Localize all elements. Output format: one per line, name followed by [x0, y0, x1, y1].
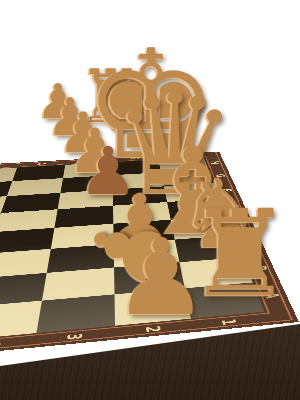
chess-piece-pawn-a2[interactable]: ♟: [108, 225, 214, 331]
chess-set-photo: 8877665544332211AABBCCDDEEFFGGHH ♝♟♜♞♟♟♚…: [0, 0, 300, 400]
rank-label-4: 4: [0, 325, 13, 365]
rank-label-3: 3: [59, 318, 91, 357]
rank-label-far-4: 4: [32, 157, 52, 170]
